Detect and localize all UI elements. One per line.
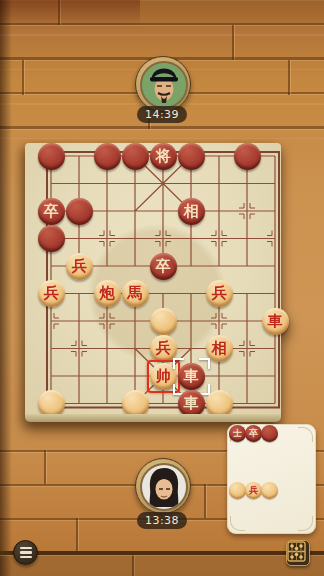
captured-black-row: 士卒 xyxy=(229,425,277,442)
board-piece-black-hidden-r0c2[interactable] xyxy=(94,143,121,170)
board-piece-black-hidden-r0c7[interactable] xyxy=(234,143,261,170)
score-button[interactable] xyxy=(286,540,310,566)
plank-joint xyxy=(204,484,206,518)
top-player-avatar[interactable] xyxy=(135,56,191,112)
abacus-icon xyxy=(287,541,306,562)
board-piece-black-hidden-r3c0[interactable] xyxy=(38,225,65,252)
plank-joint xyxy=(22,60,24,95)
captured-piece-red-hidden xyxy=(229,482,246,499)
menu-button[interactable] xyxy=(13,540,38,565)
xiangqi-board[interactable]: 将卒相兵卒兵炮馬兵車兵相帅車車 xyxy=(25,143,281,414)
bottom-avatar-image xyxy=(140,463,188,511)
bottom-timer: 13:38 xyxy=(137,512,187,529)
board-edge xyxy=(25,414,281,422)
board-wrap: 将卒相兵卒兵炮馬兵車兵相帅車車 xyxy=(25,143,281,422)
plank-joint xyxy=(288,60,290,95)
board-piece-black-hidden-r0c0[interactable] xyxy=(38,143,65,170)
bottom-player-avatar[interactable] xyxy=(135,458,191,514)
board-piece-red-兵-r5c0[interactable]: 兵 xyxy=(38,280,65,307)
hamburger-icon xyxy=(20,547,32,549)
board-piece-red-兵-r5c6[interactable]: 兵 xyxy=(206,280,233,307)
corner-shade xyxy=(0,0,140,26)
board-piece-red-馬-r5c3[interactable]: 馬 xyxy=(122,280,149,307)
game-screen: 14:39 将卒相兵卒兵炮馬兵車兵相帅車車 士卒 兵 13:38 xyxy=(0,0,324,576)
board-piece-red-帅-r8c4[interactable]: 帅 xyxy=(150,363,177,390)
board-piece-red-hidden-r9c3[interactable] xyxy=(122,390,149,417)
board-piece-red-相-r7c6[interactable]: 相 xyxy=(206,335,233,362)
board-piece-black-卒-r4c4[interactable]: 卒 xyxy=(150,253,177,280)
board-piece-red-hidden-r6c4[interactable] xyxy=(150,308,177,335)
plank-joint xyxy=(44,450,46,484)
captured-piece-red-hidden xyxy=(261,482,278,499)
screen-edge-shadow xyxy=(0,0,12,576)
captured-piece-black-卒: 卒 xyxy=(245,425,262,442)
captured-piece-black-hidden xyxy=(261,425,278,442)
board-piece-red-炮-r5c2[interactable]: 炮 xyxy=(94,280,121,307)
tray-corner-ornament xyxy=(298,427,313,442)
board-piece-red-車-r6c8[interactable]: 車 xyxy=(262,308,289,335)
board-piece-black-車-r8c5[interactable]: 車 xyxy=(178,363,205,390)
board-piece-black-卒-r2c0[interactable]: 卒 xyxy=(38,198,65,225)
board-piece-black-将-r0c4[interactable]: 将 xyxy=(150,143,177,170)
board-piece-black-相-r2c5[interactable]: 相 xyxy=(178,198,205,225)
captured-tray: 士卒 兵 xyxy=(227,424,316,534)
board-piece-black-hidden-r0c3[interactable] xyxy=(122,143,149,170)
top-timer: 14:39 xyxy=(137,106,187,123)
board-piece-black-車-r9c5[interactable]: 車 xyxy=(178,390,205,417)
plank-joint xyxy=(76,518,78,552)
tray-corner-ornament xyxy=(298,516,313,531)
captured-piece-black-士: 士 xyxy=(229,425,246,442)
tray-corner-ornament xyxy=(230,516,245,531)
board-piece-black-hidden-r0c5[interactable] xyxy=(178,143,205,170)
board-piece-red-兵-r4c1[interactable]: 兵 xyxy=(66,253,93,280)
plank-joint xyxy=(232,25,234,60)
board-piece-red-hidden-r9c6[interactable] xyxy=(206,390,233,417)
captured-piece-red-兵: 兵 xyxy=(245,482,262,499)
board-piece-red-兵-r7c4[interactable]: 兵 xyxy=(150,335,177,362)
captured-red-row: 兵 xyxy=(229,482,277,499)
bottom-under-shade xyxy=(0,555,324,576)
top-avatar-image xyxy=(140,61,188,109)
board-piece-black-hidden-r2c1[interactable] xyxy=(66,198,93,225)
plank-joint xyxy=(58,0,60,25)
board-piece-red-hidden-r9c0[interactable] xyxy=(38,390,65,417)
